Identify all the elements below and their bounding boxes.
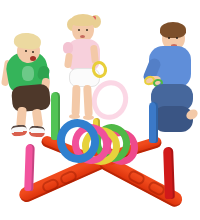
blue-peg xyxy=(149,102,158,143)
right-boy-eye xyxy=(168,37,170,39)
dark-red-peg xyxy=(163,147,175,199)
right-boy-brown-hair xyxy=(160,22,186,38)
left-boy-eye xyxy=(25,50,27,52)
girl-blond-fringe xyxy=(71,14,95,26)
pink-peg xyxy=(24,144,35,191)
girl-eye xyxy=(78,29,80,31)
girl-leg xyxy=(83,85,93,117)
left-boy-sock xyxy=(29,125,46,137)
right-boy-eye xyxy=(176,37,178,39)
left-boy-open-mouth xyxy=(30,56,36,61)
left-boy-sock xyxy=(10,124,27,137)
girl-mouth xyxy=(80,35,85,38)
girl-leg xyxy=(71,85,80,116)
left-boy-shirt-print xyxy=(22,66,34,81)
left-boy-eye xyxy=(32,51,34,53)
photo-stage xyxy=(0,0,200,220)
girl-eye xyxy=(86,29,88,31)
